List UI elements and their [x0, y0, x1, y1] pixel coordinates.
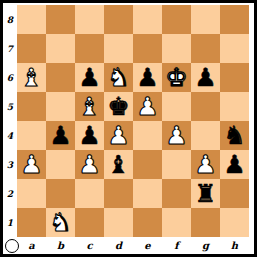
white-pawn: ♟	[107, 121, 129, 150]
file-label-d: d	[104, 237, 133, 254]
square-e3[interactable]	[133, 150, 162, 179]
square-d6[interactable]: ♞	[104, 63, 133, 92]
square-e6[interactable]: ♟	[133, 63, 162, 92]
rank-label-5: 5	[3, 92, 17, 121]
square-d1[interactable]	[104, 208, 133, 237]
square-e4[interactable]	[133, 121, 162, 150]
square-e2[interactable]	[133, 179, 162, 208]
black-pawn: ♟	[78, 63, 100, 92]
square-h4[interactable]: ♞	[220, 121, 249, 150]
square-c6[interactable]: ♟	[75, 63, 104, 92]
square-c8[interactable]	[75, 5, 104, 34]
square-f2[interactable]	[162, 179, 191, 208]
square-h2[interactable]	[220, 179, 249, 208]
black-rook: ♜	[194, 179, 216, 208]
white-pawn: ♟	[78, 150, 100, 179]
white-bishop: ♝	[78, 92, 100, 121]
square-d7[interactable]	[104, 34, 133, 63]
rank-label-2: 2	[3, 179, 17, 208]
rank-label-8: 8	[3, 5, 17, 34]
square-a3[interactable]: ♟	[17, 150, 46, 179]
square-g4[interactable]	[191, 121, 220, 150]
square-g7[interactable]	[191, 34, 220, 63]
square-e7[interactable]	[133, 34, 162, 63]
rank-labels: 87654321	[3, 5, 17, 237]
square-b5[interactable]	[46, 92, 75, 121]
black-pawn: ♟	[49, 121, 71, 150]
square-d5[interactable]: ♚	[104, 92, 133, 121]
square-g8[interactable]	[191, 5, 220, 34]
square-h5[interactable]	[220, 92, 249, 121]
square-h1[interactable]	[220, 208, 249, 237]
white-king: ♚	[165, 63, 187, 92]
square-d2[interactable]	[104, 179, 133, 208]
square-g3[interactable]: ♟	[191, 150, 220, 179]
square-f6[interactable]: ♚	[162, 63, 191, 92]
black-pawn: ♟	[78, 121, 100, 150]
white-bishop: ♝	[20, 63, 42, 92]
white-knight: ♞	[107, 63, 129, 92]
square-d3[interactable]: ♝	[104, 150, 133, 179]
black-pawn: ♟	[136, 63, 158, 92]
square-a8[interactable]	[17, 5, 46, 34]
white-pawn: ♟	[165, 121, 187, 150]
square-g2[interactable]: ♜	[191, 179, 220, 208]
chess-diagram: 87654321 ♝♟♞♟♚♟♝♚♟♟♟♟♟♞♟♟♝♟♟♜♞ abcdefgh	[0, 0, 257, 257]
black-pawn: ♟	[223, 150, 245, 179]
square-e5[interactable]: ♟	[133, 92, 162, 121]
square-e1[interactable]	[133, 208, 162, 237]
square-b4[interactable]: ♟	[46, 121, 75, 150]
square-h8[interactable]	[220, 5, 249, 34]
square-a4[interactable]	[17, 121, 46, 150]
square-a2[interactable]	[17, 179, 46, 208]
rank-label-4: 4	[3, 121, 17, 150]
white-pawn: ♟	[136, 92, 158, 121]
black-king: ♚	[107, 92, 129, 121]
file-label-c: c	[75, 237, 104, 254]
file-label-g: g	[191, 237, 220, 254]
square-a1[interactable]	[17, 208, 46, 237]
black-knight: ♞	[223, 121, 245, 150]
rank-label-1: 1	[3, 208, 17, 237]
square-g5[interactable]	[191, 92, 220, 121]
square-a6[interactable]: ♝	[17, 63, 46, 92]
file-label-f: f	[162, 237, 191, 254]
file-label-a: a	[17, 237, 46, 254]
square-c7[interactable]	[75, 34, 104, 63]
square-f5[interactable]	[162, 92, 191, 121]
square-g1[interactable]	[191, 208, 220, 237]
square-c2[interactable]	[75, 179, 104, 208]
square-b8[interactable]	[46, 5, 75, 34]
rank-label-3: 3	[3, 150, 17, 179]
square-b1[interactable]: ♞	[46, 208, 75, 237]
square-f4[interactable]: ♟	[162, 121, 191, 150]
square-g6[interactable]: ♟	[191, 63, 220, 92]
file-labels: abcdefgh	[17, 237, 249, 254]
square-f3[interactable]	[162, 150, 191, 179]
square-a5[interactable]	[17, 92, 46, 121]
chess-board: ♝♟♞♟♚♟♝♚♟♟♟♟♟♞♟♟♝♟♟♜♞	[17, 5, 249, 237]
square-a7[interactable]	[17, 34, 46, 63]
white-pawn: ♟	[194, 150, 216, 179]
square-f8[interactable]	[162, 5, 191, 34]
square-b2[interactable]	[46, 179, 75, 208]
square-d4[interactable]: ♟	[104, 121, 133, 150]
square-f1[interactable]	[162, 208, 191, 237]
square-c5[interactable]: ♝	[75, 92, 104, 121]
square-b7[interactable]	[46, 34, 75, 63]
square-h7[interactable]	[220, 34, 249, 63]
black-bishop: ♝	[107, 150, 129, 179]
square-b3[interactable]	[46, 150, 75, 179]
white-knight: ♞	[49, 208, 71, 237]
rank-label-7: 7	[3, 34, 17, 63]
file-label-h: h	[220, 237, 249, 254]
square-h3[interactable]: ♟	[220, 150, 249, 179]
black-pawn: ♟	[194, 63, 216, 92]
square-e8[interactable]	[133, 5, 162, 34]
white-pawn: ♟	[20, 150, 42, 179]
square-d8[interactable]	[104, 5, 133, 34]
square-f7[interactable]	[162, 34, 191, 63]
square-b6[interactable]	[46, 63, 75, 92]
square-c1[interactable]	[75, 208, 104, 237]
square-h6[interactable]	[220, 63, 249, 92]
rank-label-6: 6	[3, 63, 17, 92]
file-label-e: e	[133, 237, 162, 254]
square-c3[interactable]: ♟	[75, 150, 104, 179]
white-to-move-indicator	[5, 239, 19, 253]
file-label-b: b	[46, 237, 75, 254]
square-c4[interactable]: ♟	[75, 121, 104, 150]
